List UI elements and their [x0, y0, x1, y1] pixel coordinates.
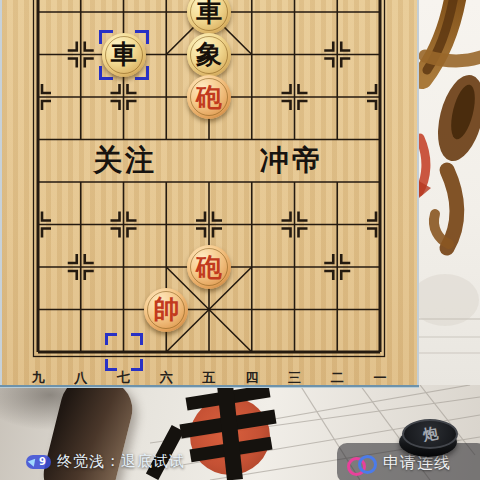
- decor-black-piece: 炮: [399, 419, 457, 457]
- video-strip: 申请连线 炮 9 终觉浅：退底试试: [0, 385, 480, 480]
- decor-piece-glyph: 炮: [421, 423, 439, 444]
- file-label: 五: [203, 369, 216, 385]
- chat-username: 终觉浅: [57, 452, 105, 470]
- xiangqi-board[interactable]: 关注 冲帝 九八七六五四三二一 車車象砲砲帥: [2, 0, 419, 385]
- level-number: 9: [39, 456, 46, 467]
- piece-glyph: 砲: [196, 84, 222, 110]
- level-icon: [28, 456, 39, 467]
- xiangqi-piece-象-black[interactable]: 象: [187, 33, 231, 77]
- file-label: 二: [331, 369, 344, 385]
- panel-left-edge: [0, 0, 2, 385]
- file-label: 三: [288, 369, 301, 385]
- piece-face: 帥: [147, 291, 185, 329]
- piece-face: 車: [190, 0, 228, 31]
- piece-face: 車: [105, 36, 143, 74]
- piece-glyph: 象: [196, 41, 222, 67]
- xiangqi-piece-帥-red[interactable]: 帥: [144, 288, 188, 332]
- screen: 申请连线 炮 9 终觉浅：退底试试 关注 冲帝 九八七六五四三二一 車車象砲砲帥: [0, 0, 480, 480]
- piece-face: 象: [190, 36, 228, 74]
- chat-body: 退底试试: [121, 452, 185, 470]
- file-label: 八: [74, 369, 87, 385]
- bracket-corner-icon: [105, 333, 117, 345]
- piece-glyph: 車: [111, 41, 137, 67]
- xiangqi-piece-砲-red[interactable]: 砲: [187, 245, 231, 289]
- chat-message: 9 终觉浅：退底试试: [26, 453, 185, 470]
- background-art: [417, 0, 480, 385]
- file-label: 七: [117, 369, 130, 385]
- file-label: 九: [32, 369, 45, 385]
- bracket-corner-icon: [131, 333, 143, 345]
- chat-separator: ：: [105, 452, 121, 470]
- xiangqi-piece-砲-red[interactable]: 砲: [187, 75, 231, 119]
- piece-glyph: 帥: [153, 296, 179, 322]
- file-label: 一: [374, 369, 387, 385]
- move-origin-brackets: [105, 333, 143, 371]
- chat-text: 终觉浅：退底试试: [57, 452, 185, 471]
- bracket-corner-icon: [131, 359, 143, 371]
- piece-face: 砲: [190, 78, 228, 116]
- link-rings-icon: [347, 453, 377, 473]
- file-label: 四: [245, 369, 258, 385]
- panel-bottom-edge: [0, 385, 419, 388]
- level-badge: 9: [26, 455, 51, 469]
- xiangqi-piece-車-black[interactable]: 車: [102, 33, 146, 77]
- piece-face: 砲: [190, 248, 228, 286]
- file-label: 六: [160, 369, 173, 385]
- calligraphy-strokes: [417, 0, 480, 385]
- river-text-left: 关注: [93, 141, 157, 181]
- piece-glyph: 車: [196, 0, 222, 25]
- river-text-right: 冲帝: [260, 141, 324, 181]
- piece-glyph: 砲: [196, 254, 222, 280]
- bracket-corner-icon: [105, 359, 117, 371]
- decor-piece-face: 炮: [402, 419, 458, 449]
